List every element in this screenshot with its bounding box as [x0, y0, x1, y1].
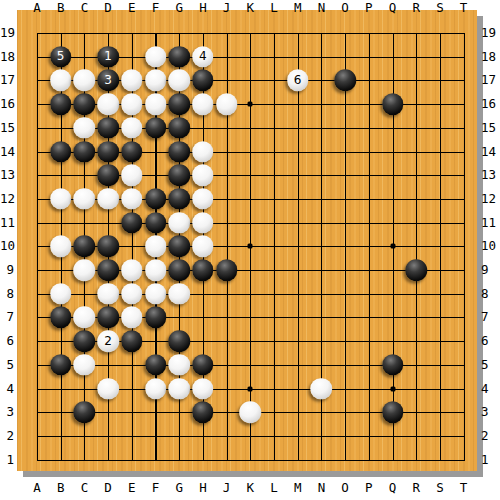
stone-black-d7[interactable] [97, 307, 119, 329]
stone-white-c12[interactable] [74, 188, 96, 210]
stone-white-f4[interactable] [145, 378, 167, 400]
stone-black-q3[interactable] [382, 401, 404, 423]
stone-white-h4[interactable] [192, 378, 214, 400]
stone-black-d10[interactable] [97, 236, 119, 258]
stone-black-b16[interactable] [50, 93, 72, 115]
stone-black-h9[interactable] [192, 259, 214, 281]
coord-label-top-h: H [199, 1, 207, 15]
coord-label-right-15: 15 [481, 121, 499, 135]
coord-label-right-4: 4 [481, 382, 499, 396]
coord-label-left-5: 5 [0, 358, 14, 372]
coord-label-left-9: 9 [0, 263, 14, 277]
coord-label-bottom-o: O [341, 481, 349, 495]
stone-black-g16[interactable] [168, 93, 190, 115]
stone-black-h17[interactable] [192, 70, 214, 92]
coord-label-top-q: Q [389, 1, 397, 15]
stone-white-e7[interactable] [121, 307, 143, 329]
coord-label-right-16: 16 [481, 97, 499, 111]
coord-label-left-1: 1 [0, 453, 14, 467]
move-number-label: 2 [104, 335, 112, 347]
stone-white-g8[interactable] [168, 283, 190, 305]
stone-black-g15[interactable] [168, 117, 190, 139]
stone-black-c10[interactable] [74, 236, 96, 258]
stone-white-g4[interactable] [168, 378, 190, 400]
coord-label-top-m: M [294, 1, 302, 15]
coord-label-bottom-j: J [223, 481, 231, 495]
star-point-k16 [248, 102, 253, 107]
coord-label-right-19: 19 [481, 26, 499, 40]
stone-white-b17[interactable] [50, 70, 72, 92]
stone-white-h11[interactable] [192, 212, 214, 234]
stone-white-e13[interactable] [121, 164, 143, 186]
coord-label-right-3: 3 [481, 405, 499, 419]
stone-white-f9[interactable] [145, 259, 167, 281]
stone-white-h14[interactable] [192, 141, 214, 163]
stone-white-f8[interactable] [145, 283, 167, 305]
stone-white-c7[interactable] [74, 307, 96, 329]
stone-white-h18[interactable]: 4 [192, 46, 214, 68]
stone-black-d18[interactable]: 1 [97, 46, 119, 68]
coord-label-top-d: D [104, 1, 112, 15]
stone-white-d6[interactable]: 2 [97, 330, 119, 352]
stone-black-e6[interactable] [121, 330, 143, 352]
coord-label-top-t: T [460, 1, 468, 15]
coord-label-right-5: 5 [481, 358, 499, 372]
star-point-q4 [390, 386, 395, 391]
stone-black-o17[interactable] [334, 70, 356, 92]
coord-label-bottom-k: K [247, 481, 255, 495]
go-board[interactable]: 513462 [17, 10, 477, 471]
stone-black-d13[interactable] [97, 164, 119, 186]
coord-label-bottom-m: M [294, 481, 302, 495]
stone-black-h3[interactable] [192, 401, 214, 423]
coord-label-top-k: K [247, 1, 255, 15]
coord-label-top-g: G [175, 1, 183, 15]
stone-white-b12[interactable] [50, 188, 72, 210]
stone-white-f10[interactable] [145, 236, 167, 258]
stone-white-h10[interactable] [192, 236, 214, 258]
coord-label-left-2: 2 [0, 429, 14, 443]
board-grid[interactable]: 513462 [37, 33, 465, 461]
coord-label-right-14: 14 [481, 145, 499, 159]
stone-white-f17[interactable] [145, 70, 167, 92]
coord-label-bottom-n: N [318, 481, 326, 495]
coord-label-left-4: 4 [0, 382, 14, 396]
stone-white-e9[interactable] [121, 259, 143, 281]
coord-label-top-f: F [152, 1, 160, 15]
coord-label-left-10: 10 [0, 239, 14, 253]
coord-label-bottom-l: L [270, 481, 278, 495]
stone-white-e16[interactable] [121, 93, 143, 115]
stone-white-c17[interactable] [74, 70, 96, 92]
coord-label-bottom-h: H [199, 481, 207, 495]
move-number-label: 6 [294, 74, 302, 86]
stone-white-m17[interactable]: 6 [287, 70, 309, 92]
stone-white-h16[interactable] [192, 93, 214, 115]
coord-label-bottom-p: P [365, 481, 373, 495]
stone-black-h5[interactable] [192, 354, 214, 376]
coord-label-bottom-f: F [152, 481, 160, 495]
stone-white-d8[interactable] [97, 283, 119, 305]
coord-label-bottom-q: Q [389, 481, 397, 495]
coord-label-left-19: 19 [0, 26, 14, 40]
stone-white-h12[interactable] [192, 188, 214, 210]
coord-label-top-c: C [81, 1, 89, 15]
coord-label-bottom-r: R [412, 481, 420, 495]
star-point-k4 [248, 386, 253, 391]
coord-label-top-e: E [128, 1, 136, 15]
stone-white-g17[interactable] [168, 70, 190, 92]
coord-label-top-a: A [33, 1, 41, 15]
stone-black-b18[interactable]: 5 [50, 46, 72, 68]
stone-black-c16[interactable] [74, 93, 96, 115]
stone-white-g5[interactable] [168, 354, 190, 376]
stone-black-e14[interactable] [121, 141, 143, 163]
stone-black-c6[interactable] [74, 330, 96, 352]
coord-label-left-11: 11 [0, 216, 14, 230]
move-number-label: 3 [104, 74, 112, 86]
coord-label-top-r: R [412, 1, 420, 15]
stone-black-b7[interactable] [50, 307, 72, 329]
coord-label-bottom-d: D [104, 481, 112, 495]
stone-black-j9[interactable] [216, 259, 238, 281]
coord-label-left-12: 12 [0, 192, 14, 206]
stone-white-e12[interactable] [121, 188, 143, 210]
coord-label-left-16: 16 [0, 97, 14, 111]
move-number-label: 4 [199, 51, 207, 63]
coord-label-right-7: 7 [481, 310, 499, 324]
stone-black-g9[interactable] [168, 259, 190, 281]
coord-label-bottom-t: T [460, 481, 468, 495]
stone-black-c14[interactable] [74, 141, 96, 163]
coord-label-bottom-c: C [81, 481, 89, 495]
stone-black-r9[interactable] [405, 259, 427, 281]
stone-black-g13[interactable] [168, 164, 190, 186]
coord-label-top-b: B [57, 1, 65, 15]
stone-black-d15[interactable] [97, 117, 119, 139]
stone-white-e15[interactable] [121, 117, 143, 139]
stone-black-f5[interactable] [145, 354, 167, 376]
coord-label-left-15: 15 [0, 121, 14, 135]
coord-label-left-6: 6 [0, 334, 14, 348]
stone-white-j16[interactable] [216, 93, 238, 115]
coord-label-right-17: 17 [481, 73, 499, 87]
coord-label-right-2: 2 [481, 429, 499, 443]
coord-label-top-s: S [436, 1, 444, 15]
coord-label-left-18: 18 [0, 50, 14, 64]
stone-black-g6[interactable] [168, 330, 190, 352]
coord-label-bottom-s: S [436, 481, 444, 495]
coord-label-left-13: 13 [0, 168, 14, 182]
coord-label-right-12: 12 [481, 192, 499, 206]
stone-black-g10[interactable] [168, 236, 190, 258]
stone-white-f18[interactable] [145, 46, 167, 68]
coord-label-right-13: 13 [481, 168, 499, 182]
coord-label-left-8: 8 [0, 287, 14, 301]
star-point-k10 [248, 244, 253, 249]
stone-black-e11[interactable] [121, 212, 143, 234]
move-number-label: 5 [57, 51, 65, 63]
stone-black-d9[interactable] [97, 259, 119, 281]
go-diagram-screen: 513462 AABBCCDDEEFFGGHHJJKKLLMMNNOOPPQQR… [0, 0, 500, 500]
stone-white-n4[interactable] [311, 378, 333, 400]
coord-label-right-6: 6 [481, 334, 499, 348]
star-point-q10 [390, 244, 395, 249]
stone-white-f16[interactable] [145, 93, 167, 115]
coord-label-top-p: P [365, 1, 373, 15]
stone-white-e8[interactable] [121, 283, 143, 305]
stone-white-b8[interactable] [50, 283, 72, 305]
stone-black-g12[interactable] [168, 188, 190, 210]
stone-black-f7[interactable] [145, 307, 167, 329]
coord-label-top-n: N [318, 1, 326, 15]
stone-white-c5[interactable] [74, 354, 96, 376]
coord-label-top-j: J [223, 1, 231, 15]
stone-white-k3[interactable] [240, 401, 262, 423]
coord-label-right-11: 11 [481, 216, 499, 230]
stone-white-e17[interactable] [121, 70, 143, 92]
stone-black-f15[interactable] [145, 117, 167, 139]
stone-black-g18[interactable] [168, 46, 190, 68]
stone-white-b10[interactable] [50, 236, 72, 258]
coord-label-bottom-a: A [33, 481, 41, 495]
stone-black-q16[interactable] [382, 93, 404, 115]
stone-black-g14[interactable] [168, 141, 190, 163]
stone-black-c3[interactable] [74, 401, 96, 423]
coord-label-top-l: L [270, 1, 278, 15]
stone-white-c15[interactable] [74, 117, 96, 139]
move-number-label: 1 [104, 51, 112, 63]
stone-black-f12[interactable] [145, 188, 167, 210]
stone-white-c9[interactable] [74, 259, 96, 281]
stone-white-d12[interactable] [97, 188, 119, 210]
stone-white-d4[interactable] [97, 378, 119, 400]
coord-label-right-9: 9 [481, 263, 499, 277]
coord-label-bottom-b: B [57, 481, 65, 495]
coord-label-left-3: 3 [0, 405, 14, 419]
coord-label-bottom-g: G [175, 481, 183, 495]
stone-white-g11[interactable] [168, 212, 190, 234]
coord-label-top-o: O [341, 1, 349, 15]
coord-label-left-14: 14 [0, 145, 14, 159]
stone-black-b5[interactable] [50, 354, 72, 376]
coord-label-right-8: 8 [481, 287, 499, 301]
coord-label-left-7: 7 [0, 310, 14, 324]
stone-black-b14[interactable] [50, 141, 72, 163]
coord-label-right-10: 10 [481, 239, 499, 253]
stone-black-f11[interactable] [145, 212, 167, 234]
stone-black-d17[interactable]: 3 [97, 70, 119, 92]
stone-white-h13[interactable] [192, 164, 214, 186]
coord-label-left-17: 17 [0, 73, 14, 87]
coord-label-bottom-e: E [128, 481, 136, 495]
coord-label-right-1: 1 [481, 453, 499, 467]
stone-black-q5[interactable] [382, 354, 404, 376]
stone-white-d16[interactable] [97, 93, 119, 115]
stone-black-d14[interactable] [97, 141, 119, 163]
coord-label-right-18: 18 [481, 50, 499, 64]
